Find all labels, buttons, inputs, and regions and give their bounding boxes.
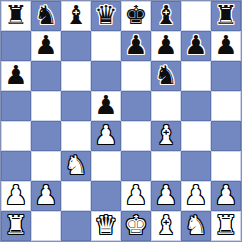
square-g6[interactable] [181,61,211,91]
piece-black-pawn[interactable]: ♟ [154,31,177,60]
piece-black-rook[interactable]: ♜ [214,1,237,30]
square-f1[interactable]: ♝ [151,211,181,241]
square-d4[interactable]: ♟ [91,121,121,151]
piece-black-bishop[interactable]: ♝ [64,1,87,30]
square-g4[interactable] [181,121,211,151]
square-b5[interactable] [31,91,61,121]
square-e3[interactable] [121,151,151,181]
square-b3[interactable] [31,151,61,181]
square-a7[interactable] [1,31,31,61]
piece-black-pawn[interactable]: ♟ [124,31,147,60]
square-f5[interactable] [151,91,181,121]
piece-black-pawn[interactable]: ♟ [214,31,237,60]
square-e2[interactable]: ♟ [121,181,151,211]
square-e1[interactable]: ♚ [121,211,151,241]
square-c8[interactable]: ♝ [61,1,91,31]
piece-black-pawn[interactable]: ♟ [4,61,27,90]
square-a1[interactable]: ♜ [1,211,31,241]
square-d3[interactable] [91,151,121,181]
square-a4[interactable] [1,121,31,151]
square-f2[interactable]: ♟ [151,181,181,211]
square-h8[interactable]: ♜ [211,1,241,31]
piece-black-knight[interactable]: ♞ [34,1,57,30]
square-e7[interactable]: ♟ [121,31,151,61]
chess-board: ♜♞♝♛♚♝♜♟♟♟♟♟♟♞♟♟♝♞♟♟♟♟♟♟♜♛♚♝♞♜ [1,1,241,241]
square-a2[interactable]: ♟ [1,181,31,211]
square-f6[interactable]: ♞ [151,61,181,91]
square-f3[interactable] [151,151,181,181]
piece-black-pawn[interactable]: ♟ [94,91,117,120]
chess-board-frame: ♜♞♝♛♚♝♜♟♟♟♟♟♟♞♟♟♝♞♟♟♟♟♟♟♜♛♚♝♞♜ [0,0,242,242]
piece-white-pawn[interactable]: ♟ [124,181,147,210]
square-b7[interactable]: ♟ [31,31,61,61]
square-d8[interactable]: ♛ [91,1,121,31]
square-e4[interactable] [121,121,151,151]
square-a6[interactable]: ♟ [1,61,31,91]
square-a3[interactable] [1,151,31,181]
piece-white-queen[interactable]: ♛ [94,211,117,240]
piece-white-rook[interactable]: ♜ [214,211,237,240]
piece-black-knight[interactable]: ♞ [154,61,177,90]
piece-black-queen[interactable]: ♛ [94,1,117,30]
piece-white-knight[interactable]: ♞ [64,151,87,180]
square-g8[interactable] [181,1,211,31]
square-h4[interactable] [211,121,241,151]
piece-white-pawn[interactable]: ♟ [94,121,117,150]
piece-white-pawn[interactable]: ♟ [154,181,177,210]
square-e8[interactable]: ♚ [121,1,151,31]
piece-white-knight[interactable]: ♞ [184,211,207,240]
piece-black-pawn[interactable]: ♟ [184,31,207,60]
square-c6[interactable] [61,61,91,91]
square-a5[interactable] [1,91,31,121]
square-b6[interactable] [31,61,61,91]
square-d7[interactable] [91,31,121,61]
piece-white-pawn[interactable]: ♟ [184,181,207,210]
square-b4[interactable] [31,121,61,151]
square-c3[interactable]: ♞ [61,151,91,181]
square-g2[interactable]: ♟ [181,181,211,211]
square-d6[interactable] [91,61,121,91]
piece-white-pawn[interactable]: ♟ [34,181,57,210]
square-h7[interactable]: ♟ [211,31,241,61]
square-d1[interactable]: ♛ [91,211,121,241]
piece-white-king[interactable]: ♚ [124,211,147,240]
square-c5[interactable] [61,91,91,121]
piece-black-rook[interactable]: ♜ [4,1,27,30]
square-f8[interactable]: ♝ [151,1,181,31]
square-g7[interactable]: ♟ [181,31,211,61]
piece-white-pawn[interactable]: ♟ [4,181,27,210]
square-b2[interactable]: ♟ [31,181,61,211]
square-d2[interactable] [91,181,121,211]
square-e6[interactable] [121,61,151,91]
square-c7[interactable] [61,31,91,61]
square-a8[interactable]: ♜ [1,1,31,31]
square-h2[interactable]: ♟ [211,181,241,211]
square-h5[interactable] [211,91,241,121]
piece-white-bishop[interactable]: ♝ [154,211,177,240]
square-c2[interactable] [61,181,91,211]
piece-white-pawn[interactable]: ♟ [214,181,237,210]
square-e5[interactable] [121,91,151,121]
square-g3[interactable] [181,151,211,181]
square-f7[interactable]: ♟ [151,31,181,61]
square-d5[interactable]: ♟ [91,91,121,121]
piece-black-pawn[interactable]: ♟ [34,31,57,60]
square-c1[interactable] [61,211,91,241]
square-h3[interactable] [211,151,241,181]
piece-black-king[interactable]: ♚ [124,1,147,30]
square-h6[interactable] [211,61,241,91]
square-c4[interactable] [61,121,91,151]
piece-white-bishop[interactable]: ♝ [154,121,177,150]
square-b1[interactable] [31,211,61,241]
square-b8[interactable]: ♞ [31,1,61,31]
square-g5[interactable] [181,91,211,121]
square-g1[interactable]: ♞ [181,211,211,241]
piece-white-rook[interactable]: ♜ [4,211,27,240]
square-f4[interactable]: ♝ [151,121,181,151]
square-h1[interactable]: ♜ [211,211,241,241]
piece-black-bishop[interactable]: ♝ [154,1,177,30]
